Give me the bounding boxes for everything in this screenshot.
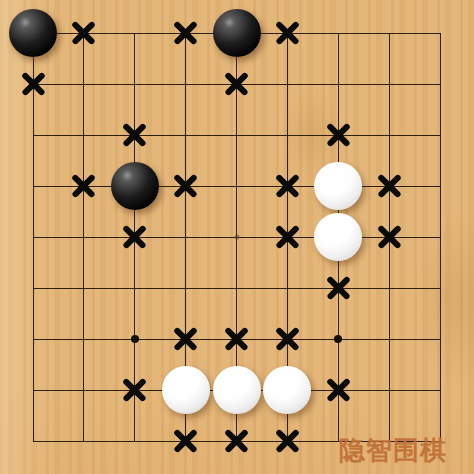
x-mark — [226, 328, 248, 350]
x-mark — [22, 73, 44, 95]
black-stone-glyph: ● — [111, 162, 159, 210]
x-mark — [226, 430, 248, 452]
x-mark — [378, 175, 400, 197]
black-stone-glyph: ● — [213, 9, 261, 57]
x-mark — [276, 430, 298, 452]
white-stone-glyph: ○ — [162, 366, 210, 414]
white-stone-glyph: ○ — [213, 366, 261, 414]
black-stone: ● — [213, 9, 261, 57]
grid-line-horizontal — [33, 288, 441, 289]
x-mark — [73, 175, 95, 197]
white-stone: ○ — [263, 366, 311, 414]
white-stone: ○ — [162, 366, 210, 414]
x-mark — [226, 73, 248, 95]
x-mark — [175, 22, 197, 44]
x-mark — [327, 277, 349, 299]
x-mark — [276, 226, 298, 248]
x-mark — [175, 175, 197, 197]
x-mark — [124, 124, 146, 146]
black-stone-glyph: ● — [9, 9, 57, 57]
x-mark — [276, 22, 298, 44]
x-mark — [124, 379, 146, 401]
watermark-logo: 隐智围棋 — [339, 433, 447, 468]
white-stone-glyph: ○ — [314, 213, 362, 261]
x-mark — [175, 328, 197, 350]
x-mark — [327, 124, 349, 146]
black-stone: ● — [9, 9, 57, 57]
star-point — [334, 335, 342, 343]
white-stone: ○ — [314, 162, 362, 210]
white-stone: ○ — [213, 366, 261, 414]
star-point — [131, 335, 139, 343]
x-mark — [378, 226, 400, 248]
go-board[interactable]: 隐智围棋 ●●●○○○○○ — [0, 0, 474, 474]
x-mark — [276, 175, 298, 197]
black-stone: ● — [111, 162, 159, 210]
white-stone-glyph: ○ — [314, 162, 362, 210]
x-mark — [327, 379, 349, 401]
grid-line-vertical — [440, 33, 441, 442]
x-mark — [276, 328, 298, 350]
x-mark — [124, 226, 146, 248]
x-mark — [73, 22, 95, 44]
faint-center-star-point — [234, 235, 239, 240]
white-stone: ○ — [314, 213, 362, 261]
x-mark — [175, 430, 197, 452]
white-stone-glyph: ○ — [263, 366, 311, 414]
